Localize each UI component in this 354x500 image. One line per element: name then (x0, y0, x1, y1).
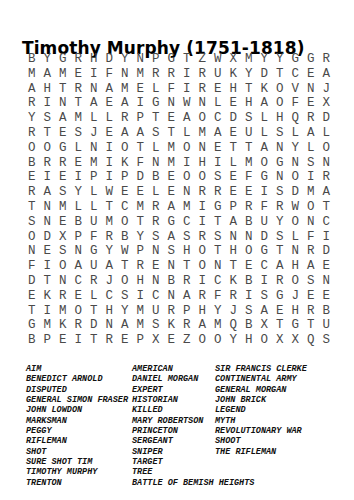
grid-cell-r13c16: D (257, 230, 273, 245)
grid-cell-r7c3: G (55, 141, 71, 156)
grid-cell-r16c1: D (24, 274, 40, 289)
grid-cell-r13c8: Y (133, 230, 149, 245)
grid-cell-r3c9: L (148, 82, 164, 97)
grid-cell-r16c3: N (55, 274, 71, 289)
grid-cell-r3c17: O (272, 82, 288, 97)
word-item: RIFLEMAN (26, 436, 128, 446)
grid-cell-r16c5: R (86, 274, 102, 289)
grid-cell-r13c9: S (148, 230, 164, 245)
grid-cell-r19c5: D (86, 318, 102, 333)
grid-cell-r9c19: I (303, 170, 319, 185)
grid-cell-r15c4: A (71, 259, 87, 274)
grid-cell-r19c6: N (102, 318, 118, 333)
word-item: DISPUTED (26, 385, 128, 395)
grid-cell-r15c3: O (55, 259, 71, 274)
grid-cell-r6c6: E (102, 126, 118, 141)
grid-cell-r19c8: M (133, 318, 149, 333)
grid-cell-r12c17: Y (272, 215, 288, 230)
grid-cell-r19c16: X (257, 318, 273, 333)
grid-cell-r10c8: E (133, 185, 149, 200)
grid-cell-r13c4: P (71, 230, 87, 245)
grid-cell-r1c12: Z (195, 52, 211, 67)
grid-cell-r12c11: C (179, 215, 195, 230)
grid-cell-r11c7: C (117, 200, 133, 215)
grid-cell-r11c11: M (179, 200, 195, 215)
grid-cell-r3c18: V (288, 82, 304, 97)
grid-cell-r12c12: I (195, 215, 211, 230)
grid-cell-r14c10: S (164, 244, 180, 259)
grid-cell-r16c13: C (210, 274, 226, 289)
grid-cell-r15c11: T (179, 259, 195, 274)
grid-cell-r2c13: U (210, 67, 226, 82)
grid-cell-r4c18: F (288, 96, 304, 111)
grid-cell-r6c3: E (55, 126, 71, 141)
grid-cell-r7c9: L (148, 141, 164, 156)
grid-cell-r16c9: N (148, 274, 164, 289)
grid-cell-r13c20: I (319, 230, 335, 245)
grid-cell-r4c20: X (319, 96, 335, 111)
grid-cell-r1c20: R (319, 52, 335, 67)
grid-cell-r7c14: T (226, 141, 242, 156)
grid-cell-r8c20: N (319, 156, 335, 171)
grid-cell-r15c6: A (102, 259, 118, 274)
grid-cell-r13c13: S (210, 230, 226, 245)
word-item: CONTINENTAL ARMY (215, 374, 307, 384)
grid-cell-r14c13: T (210, 244, 226, 259)
grid-cell-r20c6: R (102, 333, 118, 348)
grid-cell-r18c1: T (24, 304, 40, 319)
grid-cell-r20c5: T (86, 333, 102, 348)
grid-cell-r16c18: O (288, 274, 304, 289)
grid-cell-r1c5: H (86, 52, 102, 67)
grid-cell-r17c18: J (288, 289, 304, 304)
grid-cell-r6c5: J (86, 126, 102, 141)
grid-cell-r16c11: R (179, 274, 195, 289)
grid-cell-r2c6: F (102, 67, 118, 82)
grid-cell-r5c5: L (86, 111, 102, 126)
grid-cell-r20c7: E (117, 333, 133, 348)
grid-cell-r16c8: H (133, 274, 149, 289)
grid-cell-r17c16: S (257, 289, 273, 304)
grid-cell-r7c6: I (102, 141, 118, 156)
grid-cell-r16c10: B (164, 274, 180, 289)
grid-cell-r11c3: M (55, 200, 71, 215)
grid-cell-r17c14: R (226, 289, 242, 304)
grid-cell-r14c19: R (303, 244, 319, 259)
word-item: BATTLE OF BEMISH HEIGHTS (132, 478, 254, 488)
grid-cell-r9c2: I (40, 170, 56, 185)
grid-cell-r4c6: E (102, 96, 118, 111)
grid-cell-r18c10: R (164, 304, 180, 319)
grid-cell-r8c1: B (24, 156, 40, 171)
grid-cell-r12c13: T (210, 215, 226, 230)
grid-cell-r9c17: N (272, 170, 288, 185)
grid-cell-r2c7: N (117, 67, 133, 82)
grid-cell-r6c14: E (226, 126, 242, 141)
grid-cell-r18c9: U (148, 304, 164, 319)
grid-cell-r20c18: X (288, 333, 304, 348)
grid-cell-r13c18: L (288, 230, 304, 245)
grid-cell-r10c4: Y (71, 185, 87, 200)
grid-cell-r20c3: E (55, 333, 71, 348)
grid-cell-r19c13: M (210, 318, 226, 333)
word-item: BENEDICT ARNOLD (26, 374, 128, 384)
grid-cell-r9c8: D (133, 170, 149, 185)
grid-cell-r17c7: S (117, 289, 133, 304)
grid-cell-r8c6: I (102, 156, 118, 171)
grid-cell-r11c16: F (257, 200, 273, 215)
grid-cell-r2c17: T (272, 67, 288, 82)
grid-cell-r17c5: L (86, 289, 102, 304)
grid-cell-r3c10: F (164, 82, 180, 97)
grid-cell-r16c2: T (40, 274, 56, 289)
grid-cell-r9c4: I (71, 170, 87, 185)
grid-cell-r8c8: F (133, 156, 149, 171)
grid-cell-r16c15: B (241, 274, 257, 289)
grid-cell-r18c13: Y (210, 304, 226, 319)
grid-cell-r2c18: C (288, 67, 304, 82)
grid-cell-r14c12: O (195, 244, 211, 259)
grid-cell-r1c11: T (179, 52, 195, 67)
grid-cell-r4c4: T (71, 96, 87, 111)
grid-cell-r10c10: E (164, 185, 180, 200)
grid-cell-r6c20: L (319, 126, 335, 141)
word-item: SHOT (26, 447, 128, 457)
grid-cell-r11c4: L (71, 200, 87, 215)
grid-cell-r11c19: O (303, 200, 319, 215)
grid-cell-r15c2: I (40, 259, 56, 274)
grid-cell-r17c13: F (210, 289, 226, 304)
grid-cell-r1c4: R (71, 52, 87, 67)
grid-cell-r17c9: C (148, 289, 164, 304)
grid-cell-r2c2: A (40, 67, 56, 82)
grid-cell-r7c8: T (133, 141, 149, 156)
grid-cell-r19c9: S (148, 318, 164, 333)
grid-cell-r10c3: S (55, 185, 71, 200)
grid-cell-r18c3: M (55, 304, 71, 319)
grid-cell-r6c15: U (241, 126, 257, 141)
grid-cell-r15c19: A (303, 259, 319, 274)
grid-cell-r18c15: S (241, 304, 257, 319)
grid-cell-r3c2: H (40, 82, 56, 97)
grid-cell-r12c8: T (133, 215, 149, 230)
grid-cell-r2c16: D (257, 67, 273, 82)
grid-cell-r9c12: O (195, 170, 211, 185)
word-list-column-1: AIMBENEDICT ARNOLDDISPUTEDGENERAL SIMON … (26, 364, 128, 488)
grid-cell-r11c18: W (288, 200, 304, 215)
grid-cell-r6c10: T (164, 126, 180, 141)
grid-cell-r5c7: R (117, 111, 133, 126)
grid-cell-r8c18: N (288, 156, 304, 171)
grid-cell-r5c1: Y (24, 111, 40, 126)
grid-cell-r6c16: L (257, 126, 273, 141)
word-item: REVOLUTIONARY WAR (215, 426, 307, 436)
grid-cell-r14c4: N (71, 244, 87, 259)
grid-cell-r17c4: E (71, 289, 87, 304)
grid-cell-r4c3: N (55, 96, 71, 111)
grid-cell-r7c16: A (257, 141, 273, 156)
grid-cell-r17c15: I (241, 289, 257, 304)
grid-cell-r3c5: N (86, 82, 102, 97)
grid-cell-r17c10: N (164, 289, 180, 304)
grid-cell-r16c12: I (195, 274, 211, 289)
grid-cell-r19c10: K (164, 318, 180, 333)
grid-cell-r9c14: E (226, 170, 242, 185)
grid-cell-r3c3: T (55, 82, 71, 97)
grid-cell-r17c12: R (195, 289, 211, 304)
grid-cell-r12c1: S (24, 215, 40, 230)
grid-cell-r12c19: N (303, 215, 319, 230)
grid-cell-r3c20: J (319, 82, 335, 97)
grid-cell-r10c11: N (179, 185, 195, 200)
word-item: TIMOTHY MURPHY (26, 467, 128, 477)
grid-cell-r14c5: G (86, 244, 102, 259)
grid-cell-r9c7: P (117, 170, 133, 185)
grid-cell-r17c2: K (40, 289, 56, 304)
word-item: LEGEND (215, 405, 307, 415)
grid-cell-r2c15: Y (241, 67, 257, 82)
grid-cell-r5c9: T (148, 111, 164, 126)
grid-cell-r10c17: S (272, 185, 288, 200)
grid-cell-r9c9: B (148, 170, 164, 185)
grid-cell-r15c18: H (288, 259, 304, 274)
grid-cell-r13c12: R (195, 230, 211, 245)
grid-cell-r7c1: O (24, 141, 40, 156)
grid-cell-r7c10: M (164, 141, 180, 156)
grid-cell-r17c3: R (55, 289, 71, 304)
grid-cell-r3c4: R (71, 82, 87, 97)
grid-cell-r8c5: M (86, 156, 102, 171)
grid-cell-r15c20: E (319, 259, 335, 274)
grid-cell-r7c19: L (303, 141, 319, 156)
grid-cell-r12c2: N (40, 215, 56, 230)
grid-cell-r6c2: T (40, 126, 56, 141)
grid-cell-r13c17: S (272, 230, 288, 245)
grid-cell-r5c19: R (303, 111, 319, 126)
grid-cell-r20c20: S (319, 333, 335, 348)
grid-cell-r13c15: N (241, 230, 257, 245)
grid-cell-r14c18: N (288, 244, 304, 259)
grid-cell-r2c14: K (226, 67, 242, 82)
grid-cell-r1c14: X (226, 52, 242, 67)
grid-cell-r19c2: M (40, 318, 56, 333)
grid-cell-r4c8: I (133, 96, 149, 111)
grid-cell-r12c20: C (319, 215, 335, 230)
grid-cell-r1c10: G (164, 52, 180, 67)
grid-cell-r18c5: T (86, 304, 102, 319)
grid-cell-r10c6: W (102, 185, 118, 200)
grid-cell-r1c13: W (210, 52, 226, 67)
grid-cell-r18c20: B (319, 304, 335, 319)
grid-cell-r13c1: O (24, 230, 40, 245)
grid-cell-r7c17: N (272, 141, 288, 156)
grid-cell-r6c17: S (272, 126, 288, 141)
word-item: MYTH (215, 416, 307, 426)
grid-cell-r20c15: H (241, 333, 257, 348)
word-item: JOHN BRICK (215, 395, 307, 405)
grid-cell-r4c17: O (272, 96, 288, 111)
grid-cell-r5c4: M (71, 111, 87, 126)
grid-cell-r8c13: I (210, 156, 226, 171)
grid-cell-r20c17: X (272, 333, 288, 348)
word-item: MARKSMAN (26, 416, 128, 426)
grid-cell-r5c20: D (319, 111, 335, 126)
grid-cell-r8c10: M (164, 156, 180, 171)
grid-cell-r6c1: R (24, 126, 40, 141)
grid-cell-r15c16: C (257, 259, 273, 274)
grid-cell-r8c3: R (55, 156, 71, 171)
grid-cell-r1c2: Y (40, 52, 56, 67)
grid-cell-r12c15: B (241, 215, 257, 230)
grid-cell-r14c17: T (272, 244, 288, 259)
grid-cell-r11c12: I (195, 200, 211, 215)
grid-cell-r15c7: T (117, 259, 133, 274)
grid-cell-r16c6: J (102, 274, 118, 289)
word-item: JOHN LOWDON (26, 405, 128, 415)
grid-cell-r20c8: P (133, 333, 149, 348)
grid-cell-r14c20: D (319, 244, 335, 259)
grid-cell-r1c15: M (241, 52, 257, 67)
grid-cell-r13c2: D (40, 230, 56, 245)
grid-cell-r19c20: U (319, 318, 335, 333)
grid-cell-r4c14: E (226, 96, 242, 111)
grid-cell-r8c11: I (179, 156, 195, 171)
grid-cell-r3c12: R (195, 82, 211, 97)
grid-cell-r3c19: N (303, 82, 319, 97)
grid-cell-r11c13: G (210, 200, 226, 215)
grid-cell-r19c14: Q (226, 318, 242, 333)
grid-cell-r15c5: U (86, 259, 102, 274)
grid-cell-r10c7: E (117, 185, 133, 200)
grid-cell-r15c8: R (133, 259, 149, 274)
grid-cell-r19c18: G (288, 318, 304, 333)
grid-cell-r3c11: I (179, 82, 195, 97)
grid-cell-r7c2: O (40, 141, 56, 156)
grid-cell-r1c19: G (303, 52, 319, 67)
grid-cell-r16c14: K (226, 274, 242, 289)
grid-cell-r4c1: R (24, 96, 40, 111)
grid-cell-r15c1: F (24, 259, 40, 274)
grid-cell-r8c15: M (241, 156, 257, 171)
grid-cell-r4c19: E (303, 96, 319, 111)
grid-cell-r8c17: G (272, 156, 288, 171)
grid-cell-r4c11: W (179, 96, 195, 111)
grid-cell-r6c11: L (179, 126, 195, 141)
grid-cell-r5c10: E (164, 111, 180, 126)
grid-cell-r20c16: O (257, 333, 273, 348)
grid-cell-r8c4: E (71, 156, 87, 171)
grid-cell-r10c1: R (24, 185, 40, 200)
word-item: AIM (26, 364, 128, 374)
grid-cell-r9c13: S (210, 170, 226, 185)
grid-cell-r3c7: M (117, 82, 133, 97)
grid-cell-r11c20: T (319, 200, 335, 215)
grid-cell-r4c2: I (40, 96, 56, 111)
grid-cell-r14c15: O (241, 244, 257, 259)
grid-cell-r19c15: B (241, 318, 257, 333)
grid-cell-r9c10: E (164, 170, 180, 185)
grid-cell-r10c14: E (226, 185, 242, 200)
grid-cell-r16c7: O (117, 274, 133, 289)
grid-cell-r15c12: O (195, 259, 211, 274)
grid-cell-r17c8: I (133, 289, 149, 304)
grid-cell-r2c8: M (133, 67, 149, 82)
grid-cell-r6c19: A (303, 126, 319, 141)
grid-cell-r16c16: I (257, 274, 273, 289)
grid-cell-r19c11: R (179, 318, 195, 333)
grid-cell-r5c11: A (179, 111, 195, 126)
grid-cell-r20c11: Z (179, 333, 195, 348)
grid-cell-r16c17: R (272, 274, 288, 289)
grid-cell-r12c9: R (148, 215, 164, 230)
grid-cell-r18c16: A (257, 304, 273, 319)
grid-cell-r14c11: H (179, 244, 195, 259)
grid-cell-r9c3: E (55, 170, 71, 185)
word-search-worksheet: Timothy Murphy (1751-1818) BYGRHDYNPGTZW… (0, 0, 354, 500)
grid-cell-r13c11: S (179, 230, 195, 245)
word-item: SHOOT (215, 436, 307, 446)
grid-cell-r1c1: B (24, 52, 40, 67)
grid-cell-r10c2: A (40, 185, 56, 200)
grid-cell-r8c2: R (40, 156, 56, 171)
grid-cell-r2c3: M (55, 67, 71, 82)
grid-cell-r9c20: R (319, 170, 335, 185)
grid-cell-r10c5: L (86, 185, 102, 200)
grid-cell-r5c12: O (195, 111, 211, 126)
grid-cell-r7c11: O (179, 141, 195, 156)
grid-cell-r19c17: T (272, 318, 288, 333)
grid-cell-r2c11: I (179, 67, 195, 82)
grid-cell-r15c14: T (226, 259, 242, 274)
grid-cell-r16c19: S (303, 274, 319, 289)
grid-cell-r3c6: A (102, 82, 118, 97)
grid-cell-r2c19: E (303, 67, 319, 82)
grid-cell-r18c14: J (226, 304, 242, 319)
grid-cell-r5c6: L (102, 111, 118, 126)
grid-cell-r4c10: N (164, 96, 180, 111)
grid-cell-r1c7: Y (117, 52, 133, 67)
grid-cell-r11c10: A (164, 200, 180, 215)
grid-cell-r5c16: L (257, 111, 273, 126)
grid-cell-r20c1: B (24, 333, 40, 348)
grid-cell-r7c7: O (117, 141, 133, 156)
grid-cell-r4c7: A (117, 96, 133, 111)
grid-cell-r10c16: I (257, 185, 273, 200)
grid-cell-r16c4: C (71, 274, 87, 289)
grid-cell-r14c2: E (40, 244, 56, 259)
grid-cell-r13c19: F (303, 230, 319, 245)
grid-cell-r17c1: E (24, 289, 40, 304)
grid-cell-r2c20: A (319, 67, 335, 82)
grid-cell-r2c1: M (24, 67, 40, 82)
word-item: SIR FRANCIS CLERKE (215, 364, 307, 374)
grid-cell-r5c2: S (40, 111, 56, 126)
grid-cell-r13c3: X (55, 230, 71, 245)
grid-cell-r18c7: Y (117, 304, 133, 319)
grid-cell-r10c12: R (195, 185, 211, 200)
grid-cell-r11c5: L (86, 200, 102, 215)
grid-cell-r6c9: S (148, 126, 164, 141)
grid-cell-r7c4: L (71, 141, 87, 156)
grid-cell-r9c1: E (24, 170, 40, 185)
grid-cell-r14c6: Y (102, 244, 118, 259)
word-item: PEGGY (26, 426, 128, 436)
grid-cell-r5c17: H (272, 111, 288, 126)
grid-cell-r20c14: Y (226, 333, 242, 348)
grid-cell-r15c13: N (210, 259, 226, 274)
grid-cell-r10c9: L (148, 185, 164, 200)
grid-cell-r10c20: A (319, 185, 335, 200)
